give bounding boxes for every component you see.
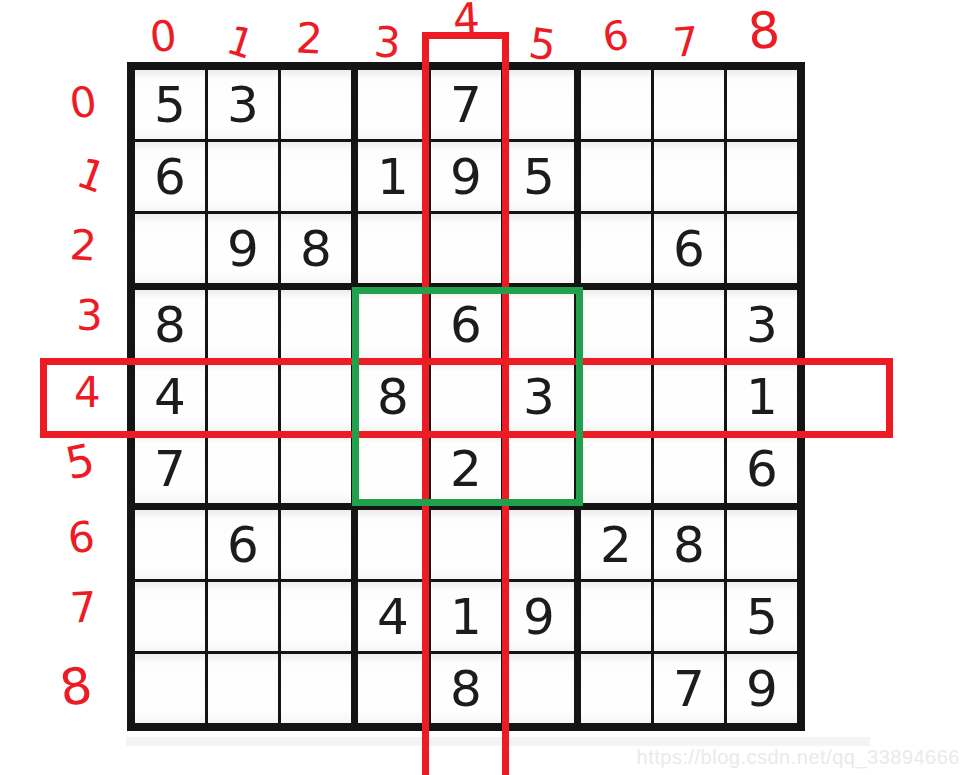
col-label-4: 4 — [452, 0, 481, 41]
cell-r3c7 — [654, 290, 724, 359]
box-20: 6 — [135, 510, 351, 723]
box-02: 6 — [581, 70, 797, 283]
cell-r7c8: 5 — [727, 582, 797, 651]
row-label-6: 6 — [66, 516, 97, 561]
cell-r2c6 — [581, 214, 651, 283]
cell-r6c7: 8 — [654, 510, 724, 579]
cell-r2c1: 9 — [208, 214, 278, 283]
cell-r6c2 — [281, 510, 351, 579]
cell-r1c5: 5 — [504, 142, 574, 211]
cell-r0c5 — [504, 70, 574, 139]
cell-r0c1: 3 — [208, 70, 278, 139]
cell-r1c7 — [654, 142, 724, 211]
cell-r6c0 — [135, 510, 205, 579]
cell-r1c2 — [281, 142, 351, 211]
cell-r6c6: 2 — [581, 510, 651, 579]
cell-r2c5 — [504, 214, 574, 283]
row-label-3: 3 — [76, 295, 103, 337]
cell-r0c3 — [358, 70, 428, 139]
cell-r3c2 — [281, 290, 351, 359]
cell-r0c8 — [727, 70, 797, 139]
col-label-0: 0 — [148, 15, 179, 60]
cell-r7c1 — [208, 582, 278, 651]
cell-r8c6 — [581, 654, 651, 723]
cell-r2c7: 6 — [654, 214, 724, 283]
col-label-7: 7 — [672, 21, 700, 63]
cell-r5c2 — [281, 434, 351, 503]
cell-r1c1 — [208, 142, 278, 211]
row-label-5: 5 — [62, 438, 99, 487]
cell-r8c2 — [281, 654, 351, 723]
cell-r7c3: 4 — [358, 582, 428, 651]
col-label-6: 6 — [600, 14, 632, 58]
cell-r3c0: 8 — [135, 290, 205, 359]
cell-r0c0: 5 — [135, 70, 205, 139]
cell-r5c1 — [208, 434, 278, 503]
cell-r1c3: 1 — [358, 142, 428, 211]
cell-r8c7: 7 — [654, 654, 724, 723]
col-label-2: 2 — [295, 17, 324, 60]
cell-r2c8 — [727, 214, 797, 283]
cell-r0c6 — [581, 70, 651, 139]
cell-r8c5 — [504, 654, 574, 723]
cell-r6c1: 6 — [208, 510, 278, 579]
cell-r0c7 — [654, 70, 724, 139]
cell-r2c3 — [358, 214, 428, 283]
cell-r1c8 — [727, 142, 797, 211]
cell-r7c0 — [135, 582, 205, 651]
box-00: 53698 — [135, 70, 351, 283]
row-label-7: 7 — [69, 586, 98, 629]
cell-r2c0 — [135, 214, 205, 283]
cell-r6c5 — [504, 510, 574, 579]
row-label-4: 4 — [74, 372, 101, 414]
col-label-5: 5 — [526, 22, 558, 67]
row-label-0: 0 — [67, 80, 99, 125]
cell-r2c2: 8 — [281, 214, 351, 283]
cell-r7c5: 9 — [504, 582, 574, 651]
row-label-2: 2 — [69, 224, 99, 268]
cell-r7c6 — [581, 582, 651, 651]
col-label-1: 1 — [222, 19, 259, 65]
cell-r0c2 — [281, 70, 351, 139]
cell-r8c0 — [135, 654, 205, 723]
cell-r7c2 — [281, 582, 351, 651]
row-label-8: 8 — [57, 660, 95, 714]
cell-r1c6 — [581, 142, 651, 211]
box-22: 28579 — [581, 510, 797, 723]
watermark: https://blog.csdn.net/qq_33894666 — [637, 746, 960, 769]
row-label-1: 1 — [72, 152, 111, 201]
center-box-highlight-rect — [352, 287, 583, 506]
cell-r5c7 — [654, 434, 724, 503]
cell-r3c1 — [208, 290, 278, 359]
cell-r3c6 — [581, 290, 651, 359]
cell-r6c8 — [727, 510, 797, 579]
cell-r1c0: 6 — [135, 142, 205, 211]
cell-r3c8: 3 — [727, 290, 797, 359]
cell-r8c3 — [358, 654, 428, 723]
cell-r5c6 — [581, 434, 651, 503]
cell-r7c7 — [654, 582, 724, 651]
cell-r6c3 — [358, 510, 428, 579]
col-label-8: 8 — [746, 5, 781, 57]
cell-r5c0: 7 — [135, 434, 205, 503]
cell-r5c8: 6 — [727, 434, 797, 503]
col-label-3: 3 — [373, 21, 403, 65]
cell-r8c1 — [208, 654, 278, 723]
cell-r8c8: 9 — [727, 654, 797, 723]
